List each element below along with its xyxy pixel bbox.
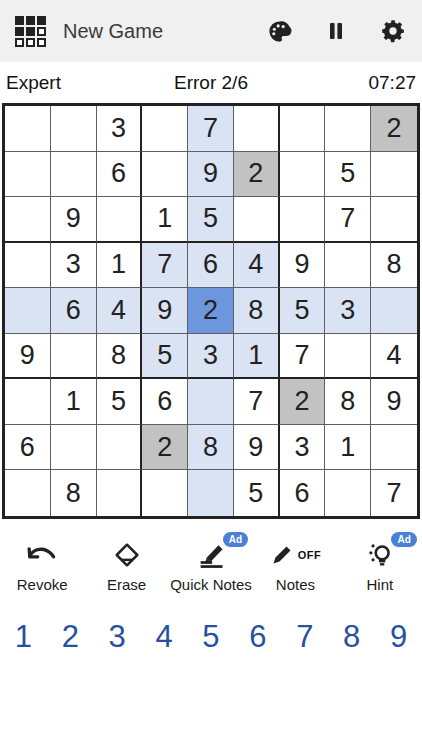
erase-button[interactable]: Erase [84, 540, 168, 593]
cell-r7c6[interactable]: 7 [234, 379, 280, 425]
cell-r1c5[interactable]: 7 [188, 106, 234, 152]
pause-icon[interactable] [322, 17, 350, 45]
cell-r1c9[interactable]: 2 [371, 106, 417, 152]
cell-r1c4[interactable] [142, 106, 188, 152]
cell-r2c9[interactable] [371, 152, 417, 198]
cell-r1c2[interactable] [51, 106, 97, 152]
numpad-key-3[interactable]: 3 [94, 620, 141, 654]
cell-r4c7[interactable]: 9 [280, 243, 326, 289]
cell-r9c6[interactable]: 5 [234, 470, 280, 516]
cell-r2c5[interactable]: 9 [188, 152, 234, 198]
cell-r1c7[interactable] [280, 106, 326, 152]
theme-palette-icon[interactable] [265, 17, 293, 45]
cell-r1c3[interactable]: 3 [97, 106, 143, 152]
cell-r5c8[interactable]: 3 [325, 288, 371, 334]
status-bar: Expert Error 2/6 07:27 [0, 62, 422, 103]
numpad-key-1[interactable]: 1 [0, 620, 47, 654]
cell-r5c6[interactable]: 8 [234, 288, 280, 334]
cell-r6c9[interactable]: 4 [371, 334, 417, 380]
cell-r8c8[interactable]: 1 [325, 425, 371, 471]
cell-r5c4[interactable]: 9 [142, 288, 188, 334]
cell-r1c6[interactable] [234, 106, 280, 152]
cell-r4c4[interactable]: 7 [142, 243, 188, 289]
notes-button[interactable]: OFF Notes [253, 540, 337, 593]
cell-r8c7[interactable]: 3 [280, 425, 326, 471]
cell-r5c1[interactable] [5, 288, 51, 334]
top-bar: New Game [0, 0, 422, 62]
cell-r4c8[interactable] [325, 243, 371, 289]
numpad-key-8[interactable]: 8 [328, 620, 375, 654]
cell-r8c4[interactable]: 2 [142, 425, 188, 471]
cell-r8c1[interactable]: 6 [5, 425, 51, 471]
eraser-icon [114, 540, 140, 570]
hint-button[interactable]: Ad Hint [338, 540, 422, 593]
revoke-button[interactable]: Revoke [0, 540, 84, 593]
hint-lightbulb-icon: Ad [365, 540, 395, 570]
numpad-key-9[interactable]: 9 [375, 620, 422, 654]
cell-r8c6[interactable]: 9 [234, 425, 280, 471]
cell-r5c5[interactable]: 2 [188, 288, 234, 334]
cell-r9c9[interactable]: 7 [371, 470, 417, 516]
notes-label: Notes [276, 576, 315, 593]
cell-r1c8[interactable] [325, 106, 371, 152]
cell-r6c1[interactable]: 9 [5, 334, 51, 380]
settings-gear-icon[interactable] [379, 17, 407, 45]
cell-r9c2[interactable]: 8 [51, 470, 97, 516]
cell-r7c1[interactable] [5, 379, 51, 425]
cell-r6c4[interactable]: 5 [142, 334, 188, 380]
error-counter: Error 2/6 [143, 72, 280, 94]
cell-r2c7[interactable] [280, 152, 326, 198]
cell-r7c9[interactable]: 9 [371, 379, 417, 425]
sudoku-board: 3726925915731764986492853985317415672896… [2, 103, 420, 519]
numpad-key-6[interactable]: 6 [234, 620, 281, 654]
cell-r9c4[interactable] [142, 470, 188, 516]
cell-r2c1[interactable] [5, 152, 51, 198]
numpad-key-7[interactable]: 7 [281, 620, 328, 654]
cell-r8c5[interactable]: 8 [188, 425, 234, 471]
cell-r8c3[interactable] [97, 425, 143, 471]
cell-r6c3[interactable]: 8 [97, 334, 143, 380]
cell-r6c5[interactable]: 3 [188, 334, 234, 380]
cell-r7c4[interactable]: 6 [142, 379, 188, 425]
cell-r2c2[interactable] [51, 152, 97, 198]
cell-r8c2[interactable] [51, 425, 97, 471]
cell-r5c7[interactable]: 5 [280, 288, 326, 334]
cell-r8c9[interactable] [371, 425, 417, 471]
undo-icon [26, 540, 58, 570]
numpad-key-2[interactable]: 2 [47, 620, 94, 654]
difficulty-label: Expert [6, 72, 143, 94]
cell-r6c7[interactable]: 7 [280, 334, 326, 380]
cell-r2c6[interactable]: 2 [234, 152, 280, 198]
cell-r3c8[interactable]: 7 [325, 197, 371, 243]
quick-notes-ad-badge: Ad [223, 532, 248, 547]
hint-label: Hint [366, 576, 393, 593]
cell-r7c7[interactable]: 2 [280, 379, 326, 425]
timer: 07:27 [279, 72, 416, 94]
cell-r3c9[interactable] [371, 197, 417, 243]
cell-r7c5[interactable] [188, 379, 234, 425]
cell-r4c9[interactable]: 8 [371, 243, 417, 289]
cell-r9c7[interactable]: 6 [280, 470, 326, 516]
cell-r3c5[interactable]: 5 [188, 197, 234, 243]
cell-r4c5[interactable]: 6 [188, 243, 234, 289]
cell-r7c2[interactable]: 1 [51, 379, 97, 425]
cell-r3c7[interactable] [280, 197, 326, 243]
toolbar: Revoke Erase Ad Quick Notes O [0, 540, 422, 593]
notes-off-state: OFF [298, 549, 322, 561]
cell-r5c9[interactable] [371, 288, 417, 334]
cell-r7c3[interactable]: 5 [97, 379, 143, 425]
cell-r1c1[interactable] [5, 106, 51, 152]
cell-r6c6[interactable]: 1 [234, 334, 280, 380]
cell-r4c6[interactable]: 4 [234, 243, 280, 289]
numpad-key-5[interactable]: 5 [188, 620, 235, 654]
cell-r4c3[interactable]: 1 [97, 243, 143, 289]
cell-r9c5[interactable] [188, 470, 234, 516]
cell-r3c3[interactable] [97, 197, 143, 243]
quick-notes-label: Quick Notes [170, 576, 252, 593]
cell-r2c8[interactable]: 5 [325, 152, 371, 198]
quick-notes-button[interactable]: Ad Quick Notes [169, 540, 253, 593]
page-title: New Game [63, 20, 163, 43]
hint-ad-badge: Ad [391, 532, 416, 547]
cell-r2c3[interactable]: 6 [97, 152, 143, 198]
cell-r9c3[interactable] [97, 470, 143, 516]
cell-r4c2[interactable]: 3 [51, 243, 97, 289]
cell-r9c8[interactable] [325, 470, 371, 516]
cell-r6c2[interactable] [51, 334, 97, 380]
cell-r5c3[interactable]: 4 [97, 288, 143, 334]
cell-r3c6[interactable] [234, 197, 280, 243]
revoke-label: Revoke [17, 576, 68, 593]
cell-r2c4[interactable] [142, 152, 188, 198]
erase-label: Erase [107, 576, 146, 593]
cell-r3c4[interactable]: 1 [142, 197, 188, 243]
quick-notes-pencil-icon: Ad [196, 540, 226, 570]
cell-r9c1[interactable] [5, 470, 51, 516]
cell-r7c8[interactable]: 8 [325, 379, 371, 425]
numpad-key-4[interactable]: 4 [141, 620, 188, 654]
cell-r6c8[interactable] [325, 334, 371, 380]
cell-r5c2[interactable]: 6 [51, 288, 97, 334]
new-game-grid-icon[interactable] [15, 16, 46, 47]
notes-pencil-icon: OFF [270, 540, 322, 570]
cell-r3c1[interactable] [5, 197, 51, 243]
number-pad: 123456789 [0, 620, 422, 654]
cell-r3c2[interactable]: 9 [51, 197, 97, 243]
cell-r4c1[interactable] [5, 243, 51, 289]
